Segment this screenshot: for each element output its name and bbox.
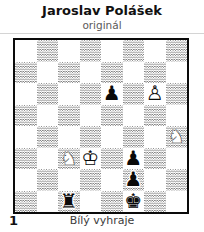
white-king: ♚♔	[80, 148, 102, 170]
square-c8	[58, 40, 80, 62]
square-d6	[80, 83, 102, 105]
diagram-header: Jaroslav Polášek originál	[0, 0, 204, 32]
square-g7	[144, 62, 166, 84]
square-h1	[166, 191, 188, 213]
square-b5	[37, 105, 59, 127]
square-e7	[101, 62, 123, 84]
square-c5	[58, 105, 80, 127]
square-f1: ♚	[123, 191, 145, 213]
square-f8	[123, 40, 145, 62]
square-d4	[80, 126, 102, 148]
square-a1	[15, 191, 37, 213]
square-e8	[101, 40, 123, 62]
square-d2	[80, 169, 102, 191]
source-label: originál	[0, 20, 204, 32]
chess-board: ♟♟♙♞♘♞♘♚♔♟♟♜♚	[13, 38, 189, 214]
black-pawn: ♟	[123, 148, 145, 170]
square-c3: ♞♘	[58, 148, 80, 170]
square-f3: ♟	[123, 148, 145, 170]
square-g3	[144, 148, 166, 170]
square-a7	[15, 62, 37, 84]
square-h6	[166, 83, 188, 105]
black-rook: ♜	[58, 191, 80, 213]
square-f2: ♟	[123, 169, 145, 191]
black-pawn: ♟	[101, 83, 123, 105]
square-a4	[15, 126, 37, 148]
white-knight: ♞♘	[58, 148, 80, 170]
square-g8	[144, 40, 166, 62]
square-a3	[15, 148, 37, 170]
black-king: ♚	[123, 191, 145, 213]
black-pawn: ♟	[123, 169, 145, 191]
square-b4	[37, 126, 59, 148]
square-d7	[80, 62, 102, 84]
diagram-footer: 1 Bílý vyhraje	[0, 212, 204, 232]
square-c6	[58, 83, 80, 105]
square-b8	[37, 40, 59, 62]
white-knight: ♞♘	[166, 126, 188, 148]
square-g6: ♟♙	[144, 83, 166, 105]
white-pawn: ♟♙	[144, 83, 166, 105]
composer-name: Jaroslav Polášek	[0, 4, 204, 18]
square-b6	[37, 83, 59, 105]
square-d1	[80, 191, 102, 213]
chess-problem-diagram: Jaroslav Polášek originál ♟♟♙♞♘♞♘♚♔♟♟♜♚ …	[0, 0, 204, 232]
square-e3	[101, 148, 123, 170]
square-h2	[166, 169, 188, 191]
square-b2	[37, 169, 59, 191]
square-f6	[123, 83, 145, 105]
square-d5	[80, 105, 102, 127]
square-e6: ♟	[101, 83, 123, 105]
square-b3	[37, 148, 59, 170]
square-e4	[101, 126, 123, 148]
square-h5	[166, 105, 188, 127]
square-e2	[101, 169, 123, 191]
square-f5	[123, 105, 145, 127]
square-c7	[58, 62, 80, 84]
square-g2	[144, 169, 166, 191]
square-h7	[166, 62, 188, 84]
square-h4: ♞♘	[166, 126, 188, 148]
square-c4	[58, 126, 80, 148]
square-d8	[80, 40, 102, 62]
square-g5	[144, 105, 166, 127]
square-b7	[37, 62, 59, 84]
square-g1	[144, 191, 166, 213]
square-e5	[101, 105, 123, 127]
square-c2	[58, 169, 80, 191]
square-a6	[15, 83, 37, 105]
square-h3	[166, 148, 188, 170]
square-a5	[15, 105, 37, 127]
square-b1	[37, 191, 59, 213]
square-h8	[166, 40, 188, 62]
square-f7	[123, 62, 145, 84]
square-a8	[15, 40, 37, 62]
square-d3: ♚♔	[80, 148, 102, 170]
square-g4	[144, 126, 166, 148]
square-e1	[101, 191, 123, 213]
square-f4	[123, 126, 145, 148]
square-c1: ♜	[58, 191, 80, 213]
header-divider	[0, 33, 204, 34]
square-a2	[15, 169, 37, 191]
stipulation-label: Bílý vyhraje	[0, 214, 204, 227]
